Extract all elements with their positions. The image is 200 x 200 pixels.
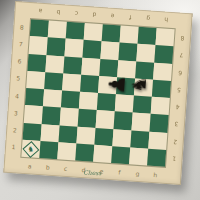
coord-label: a <box>20 157 39 175</box>
square-f3[interactable] <box>114 111 133 129</box>
square-c3[interactable] <box>60 108 79 126</box>
coord-label: 4 <box>169 98 187 116</box>
coord-label: a <box>31 2 50 20</box>
square-a7[interactable] <box>29 36 48 54</box>
square-e8[interactable] <box>102 24 121 42</box>
square-f4[interactable] <box>115 94 134 112</box>
square-c6[interactable] <box>63 56 82 74</box>
square-b8[interactable] <box>48 20 67 38</box>
square-f7[interactable] <box>118 43 137 61</box>
coord-label: 4 <box>8 87 26 105</box>
coord-label: g <box>128 164 147 182</box>
square-c2[interactable] <box>58 125 77 143</box>
square-g7[interactable] <box>136 44 155 62</box>
coord-label: g <box>139 10 158 28</box>
coord-label: 7 <box>172 46 190 64</box>
coord-label: 8 <box>13 18 31 36</box>
coord-label: h <box>146 166 165 184</box>
square-c8[interactable] <box>66 22 85 40</box>
square-e2[interactable] <box>94 127 113 145</box>
coord-label: 1 <box>165 150 183 168</box>
square-g3[interactable] <box>132 113 151 131</box>
square-b5[interactable] <box>44 72 63 90</box>
coord-label: 2 <box>6 121 24 139</box>
square-h2[interactable] <box>148 131 167 149</box>
square-b3[interactable] <box>42 106 61 124</box>
coord-label: d <box>85 6 104 24</box>
coord-label: 5 <box>9 70 27 88</box>
square-g1[interactable] <box>129 147 148 165</box>
coord-label: 7 <box>12 35 30 53</box>
corner-logo: ♞ <box>21 140 40 158</box>
square-d3[interactable] <box>78 109 97 127</box>
square-b6[interactable] <box>45 55 64 73</box>
square-b4[interactable] <box>43 89 62 107</box>
square-a4[interactable] <box>25 88 44 106</box>
square-b1[interactable] <box>39 141 58 159</box>
square-g2[interactable] <box>130 130 149 148</box>
square-g8[interactable] <box>138 27 157 45</box>
square-a8[interactable] <box>30 19 49 37</box>
coord-label: c <box>56 159 75 177</box>
coord-label: b <box>38 158 57 176</box>
coord-label: c <box>67 5 86 23</box>
coord-label: f <box>121 8 140 26</box>
square-c7[interactable] <box>64 39 83 57</box>
square-h1[interactable] <box>147 148 166 166</box>
coord-label: 3 <box>167 115 185 133</box>
square-c4[interactable] <box>61 90 80 108</box>
square-a2[interactable] <box>23 122 42 140</box>
square-h7[interactable] <box>154 45 173 63</box>
brand-script-text: Chess <box>83 168 101 176</box>
square-b2[interactable] <box>41 124 60 142</box>
square-d6[interactable] <box>81 57 100 75</box>
fallen-black-knight[interactable]: ♞ <box>126 71 154 97</box>
square-e3[interactable] <box>96 110 115 128</box>
coord-label: e <box>103 7 122 25</box>
square-d8[interactable] <box>84 23 103 41</box>
square-h8[interactable] <box>155 28 174 46</box>
coord-label: 6 <box>10 52 28 70</box>
coord-label: 2 <box>166 132 184 150</box>
square-h3[interactable] <box>149 114 168 132</box>
square-d7[interactable] <box>82 40 101 58</box>
square-e7[interactable] <box>100 41 119 59</box>
square-f8[interactable] <box>120 25 139 43</box>
black-knight-glyph: ♞ <box>130 75 150 93</box>
square-a5[interactable] <box>26 71 45 89</box>
coord-label: 6 <box>171 64 189 82</box>
square-e1[interactable] <box>93 145 112 163</box>
square-f1[interactable] <box>111 146 130 164</box>
coord-label: f <box>110 163 129 181</box>
knight-logo-icon: ♞ <box>28 145 35 152</box>
square-f2[interactable] <box>112 129 131 147</box>
coord-label: 5 <box>170 81 188 99</box>
coord-label: 3 <box>7 104 25 122</box>
square-b7[interactable] <box>47 38 66 56</box>
coord-label: b <box>49 3 68 21</box>
square-d1[interactable] <box>75 143 94 161</box>
square-g4[interactable] <box>133 96 152 114</box>
square-d4[interactable] <box>79 92 98 110</box>
square-c1[interactable] <box>57 142 76 160</box>
diamond-logo-outline: ♞ <box>22 140 39 157</box>
square-d2[interactable] <box>76 126 95 144</box>
coord-label: 8 <box>173 29 191 47</box>
square-h6[interactable] <box>153 62 172 80</box>
square-h4[interactable] <box>151 97 170 115</box>
square-h5[interactable] <box>152 80 171 98</box>
coord-label: 1 <box>4 138 22 156</box>
square-a6[interactable] <box>27 54 46 72</box>
board-border: abcdefgh abcdefgh 87654321 87654321 ♞ Ch… <box>3 1 193 185</box>
photo-backdrop: abcdefgh abcdefgh 87654321 87654321 ♞ Ch… <box>0 0 200 200</box>
square-d5[interactable] <box>80 75 99 93</box>
coord-label: h <box>157 11 176 29</box>
square-c5[interactable] <box>62 73 81 91</box>
chessboard: abcdefgh abcdefgh 87654321 87654321 ♞ Ch… <box>3 1 193 185</box>
square-a3[interactable] <box>24 105 43 123</box>
